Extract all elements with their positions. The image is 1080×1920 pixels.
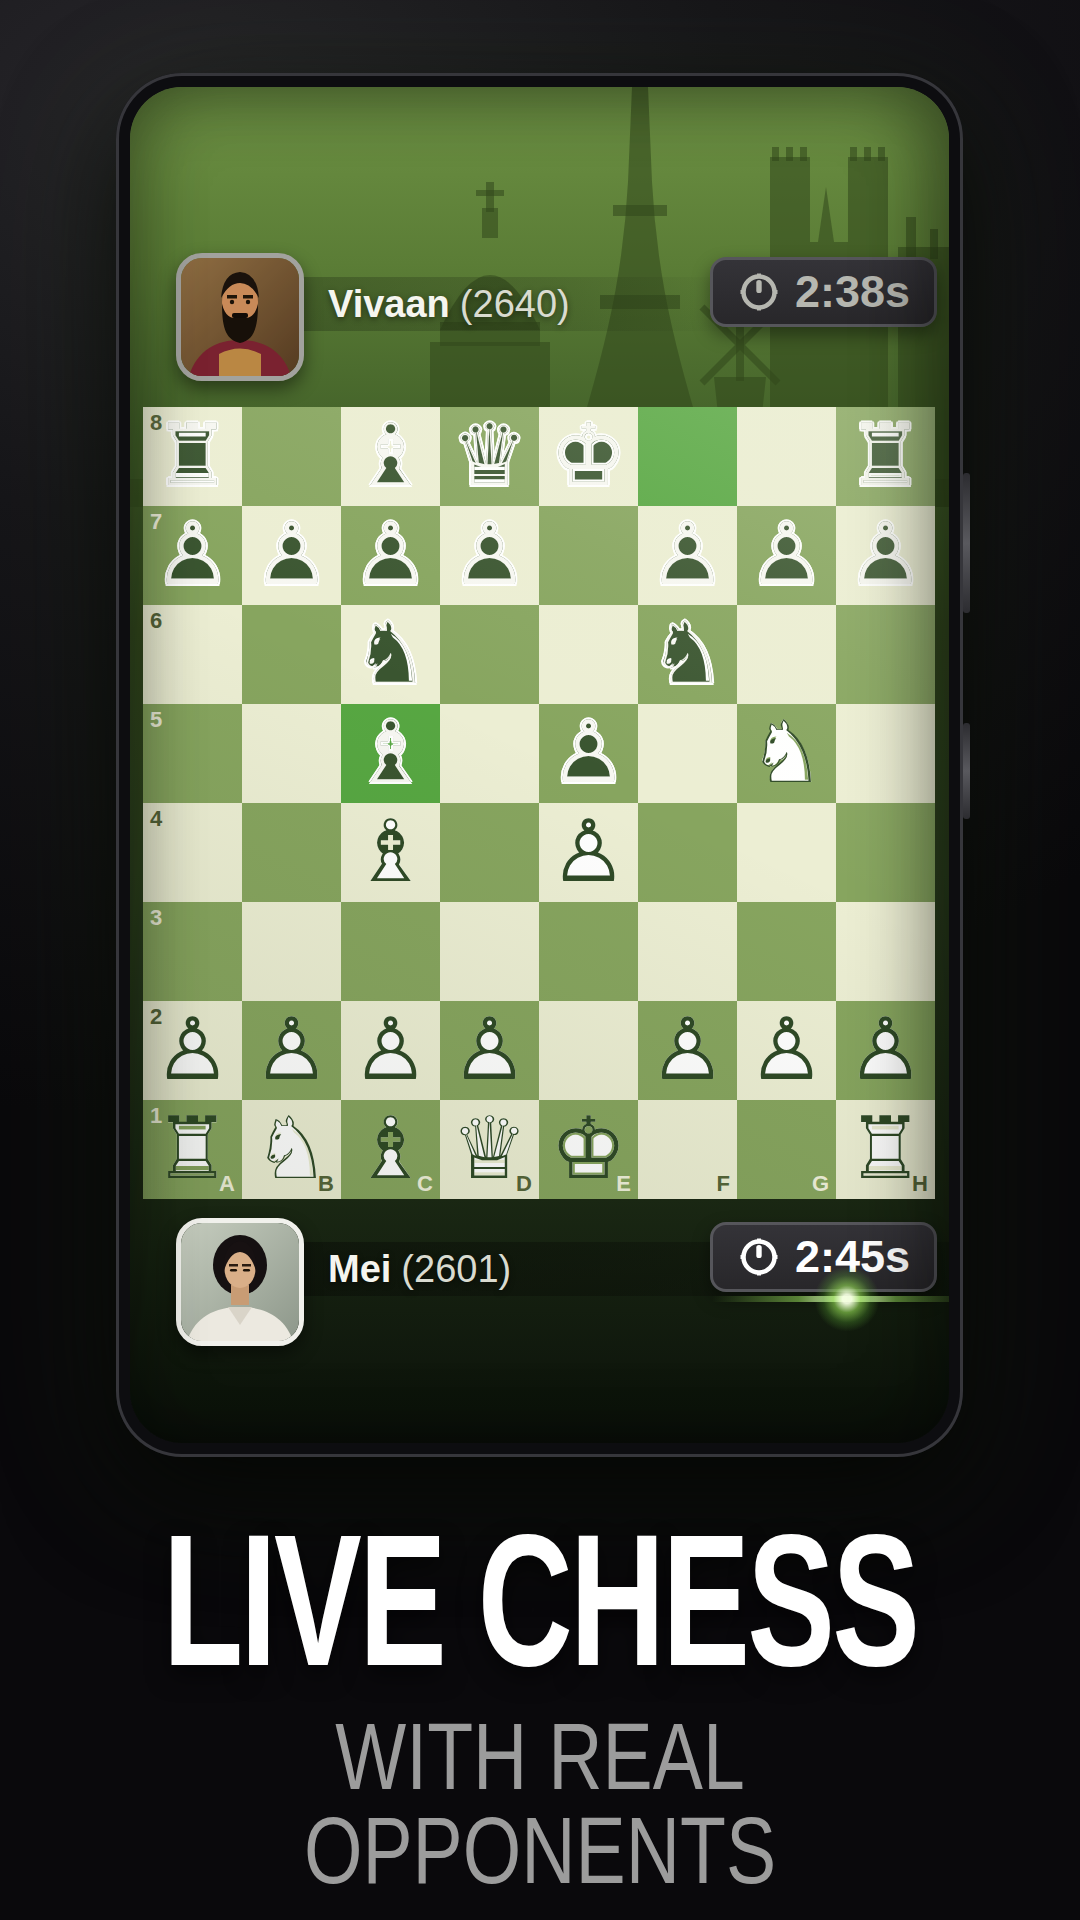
file-label-c: C (417, 1173, 433, 1195)
square-h6[interactable] (836, 605, 935, 704)
square-f1[interactable]: F (638, 1100, 737, 1199)
square-h2[interactable]: ♙ (836, 1001, 935, 1100)
square-f8[interactable] (638, 407, 737, 506)
square-a6[interactable]: 6 (143, 605, 242, 704)
square-d2[interactable]: ♙ (440, 1001, 539, 1100)
opponent-name: Vivaan(2640) (328, 283, 570, 326)
square-d3[interactable] (440, 902, 539, 1001)
square-c3[interactable] (341, 902, 440, 1001)
square-g6[interactable] (737, 605, 836, 704)
rank-label-7: 7 (150, 511, 162, 533)
subheadline-text: WITH REAL OPPONENTS (108, 1710, 972, 1898)
rank-label-6: 6 (150, 610, 162, 632)
dark-haired-woman-illustration (181, 1223, 299, 1341)
square-b2[interactable]: ♙ (242, 1001, 341, 1100)
opponent-clock: 2:38s (710, 257, 937, 327)
square-c5[interactable]: ♗ (341, 704, 440, 803)
opponent-avatar[interactable] (176, 253, 304, 381)
piece-white-pawn[interactable]: ♙ (539, 803, 638, 902)
piece-black-knight[interactable]: ♘ (341, 605, 440, 704)
square-g4[interactable] (737, 803, 836, 902)
player-name: Mei(2601) (328, 1248, 511, 1291)
square-a5[interactable]: 5 (143, 704, 242, 803)
piece-black-pawn[interactable]: ♙ (836, 506, 935, 605)
square-f2[interactable]: ♙ (638, 1001, 737, 1100)
square-f4[interactable] (638, 803, 737, 902)
file-label-d: D (516, 1173, 532, 1195)
piece-white-pawn[interactable]: ♙ (638, 1001, 737, 1100)
player-name-text: Mei (328, 1248, 391, 1290)
piece-black-pawn[interactable]: ♙ (242, 506, 341, 605)
square-e7[interactable] (539, 506, 638, 605)
square-d7[interactable]: ♙ (440, 506, 539, 605)
marketing-tagline: LIVE CHESS WITH REAL OPPONENTS (0, 1506, 1080, 1898)
piece-white-pawn[interactable]: ♙ (440, 1001, 539, 1100)
square-f7[interactable]: ♙ (638, 506, 737, 605)
piece-black-king[interactable]: ♔ (539, 407, 638, 506)
square-f6[interactable]: ♘ (638, 605, 737, 704)
rank-label-2: 2 (150, 1006, 162, 1028)
piece-white-pawn[interactable]: ♙ (737, 1001, 836, 1100)
file-label-g: G (812, 1173, 829, 1195)
square-e6[interactable] (539, 605, 638, 704)
square-h4[interactable] (836, 803, 935, 902)
piece-white-knight[interactable]: ♘ (737, 704, 836, 803)
square-g2[interactable]: ♙ (737, 1001, 836, 1100)
square-a7[interactable]: 7♙ (143, 506, 242, 605)
piece-black-knight[interactable]: ♘ (638, 605, 737, 704)
piece-white-pawn[interactable]: ♙ (836, 1001, 935, 1100)
square-g7[interactable]: ♙ (737, 506, 836, 605)
square-f5[interactable] (638, 704, 737, 803)
square-c4[interactable]: ♗ (341, 803, 440, 902)
headline-text: LIVE CHESS (162, 1506, 918, 1694)
square-b3[interactable] (242, 902, 341, 1001)
square-e3[interactable] (539, 902, 638, 1001)
player-avatar[interactable] (176, 1218, 304, 1346)
file-label-b: B (318, 1173, 334, 1195)
square-b5[interactable] (242, 704, 341, 803)
opponent-row: Vivaan(2640) 2:38s (130, 253, 949, 383)
player-rating-text: (2640) (460, 283, 570, 325)
file-label-e: E (616, 1173, 631, 1195)
rank-label-1: 1 (150, 1105, 162, 1127)
square-c2[interactable]: ♙ (341, 1001, 440, 1100)
square-e8[interactable]: ♔ (539, 407, 638, 506)
square-a1[interactable]: 1A♖ (143, 1100, 242, 1199)
square-d5[interactable] (440, 704, 539, 803)
square-d8[interactable]: ♕ (440, 407, 539, 506)
square-c8[interactable]: ♗ (341, 407, 440, 506)
square-h3[interactable] (836, 902, 935, 1001)
square-h7[interactable]: ♙ (836, 506, 935, 605)
player-rating-text: (2601) (401, 1248, 511, 1290)
piece-black-bishop[interactable]: ♗ (341, 704, 440, 803)
square-g3[interactable] (737, 902, 836, 1001)
square-d1[interactable]: D♕ (440, 1100, 539, 1199)
square-a3[interactable]: 3 (143, 902, 242, 1001)
square-h8[interactable]: ♖ (836, 407, 935, 506)
rank-label-8: 8 (150, 412, 162, 434)
piece-black-queen[interactable]: ♕ (440, 407, 539, 506)
file-label-a: A (219, 1173, 235, 1195)
square-c7[interactable]: ♙ (341, 506, 440, 605)
player-row: Mei(2601) 2:45s (130, 1218, 949, 1348)
square-g5[interactable]: ♘ (737, 704, 836, 803)
square-b4[interactable] (242, 803, 341, 902)
rank-label-3: 3 (150, 907, 162, 929)
piece-black-pawn[interactable]: ♙ (737, 506, 836, 605)
rank-label-4: 4 (150, 808, 162, 830)
phone-mockup: Vivaan(2640) 2:38s 8♖♗♕♔♖7♙♙♙♙♙♙♙6♘♘5♗♙♘… (116, 73, 963, 1457)
square-h1[interactable]: H♖ (836, 1100, 935, 1199)
square-f3[interactable] (638, 902, 737, 1001)
piece-black-rook[interactable]: ♖ (836, 407, 935, 506)
rank-label-5: 5 (150, 709, 162, 731)
square-a2[interactable]: 2♙ (143, 1001, 242, 1100)
file-label-h: H (912, 1173, 928, 1195)
square-e4[interactable]: ♙ (539, 803, 638, 902)
piece-black-pawn[interactable]: ♙ (440, 506, 539, 605)
piece-white-pawn[interactable]: ♙ (341, 1001, 440, 1100)
piece-white-bishop[interactable]: ♗ (341, 803, 440, 902)
square-e5[interactable]: ♙ (539, 704, 638, 803)
piece-black-pawn[interactable]: ♙ (638, 506, 737, 605)
square-d6[interactable] (440, 605, 539, 704)
square-b6[interactable] (242, 605, 341, 704)
square-e2[interactable] (539, 1001, 638, 1100)
clock-time: 2:38s (795, 266, 910, 318)
square-b7[interactable]: ♙ (242, 506, 341, 605)
square-b1[interactable]: B♘ (242, 1100, 341, 1199)
square-a4[interactable]: 4 (143, 803, 242, 902)
power-button (963, 723, 970, 819)
piece-white-pawn[interactable]: ♙ (242, 1001, 341, 1100)
square-e1[interactable]: E♔ (539, 1100, 638, 1199)
square-c6[interactable]: ♘ (341, 605, 440, 704)
square-d4[interactable] (440, 803, 539, 902)
chess-board[interactable]: 8♖♗♕♔♖7♙♙♙♙♙♙♙6♘♘5♗♙♘4♗♙32♙♙♙♙♙♙♙1A♖B♘C♗… (143, 407, 935, 1199)
square-g1[interactable]: G (737, 1100, 836, 1199)
file-label-f: F (717, 1173, 730, 1195)
bearded-man-illustration (181, 258, 299, 376)
square-c1[interactable]: C♗ (341, 1100, 440, 1199)
piece-black-pawn[interactable]: ♙ (341, 506, 440, 605)
piece-black-bishop[interactable]: ♗ (341, 407, 440, 506)
clock-time: 2:45s (795, 1231, 910, 1283)
app-screen: Vivaan(2640) 2:38s 8♖♗♕♔♖7♙♙♙♙♙♙♙6♘♘5♗♙♘… (130, 87, 949, 1443)
player-name-text: Vivaan (328, 283, 450, 325)
stopwatch-icon (737, 1235, 781, 1279)
square-b8[interactable] (242, 407, 341, 506)
square-a8[interactable]: 8♖ (143, 407, 242, 506)
stopwatch-icon (737, 270, 781, 314)
piece-black-pawn[interactable]: ♙ (539, 704, 638, 803)
square-g8[interactable] (737, 407, 836, 506)
promo-background: Vivaan(2640) 2:38s 8♖♗♕♔♖7♙♙♙♙♙♙♙6♘♘5♗♙♘… (0, 0, 1080, 1920)
square-h5[interactable] (836, 704, 935, 803)
volume-button (963, 473, 970, 613)
player-clock: 2:45s (710, 1222, 937, 1292)
